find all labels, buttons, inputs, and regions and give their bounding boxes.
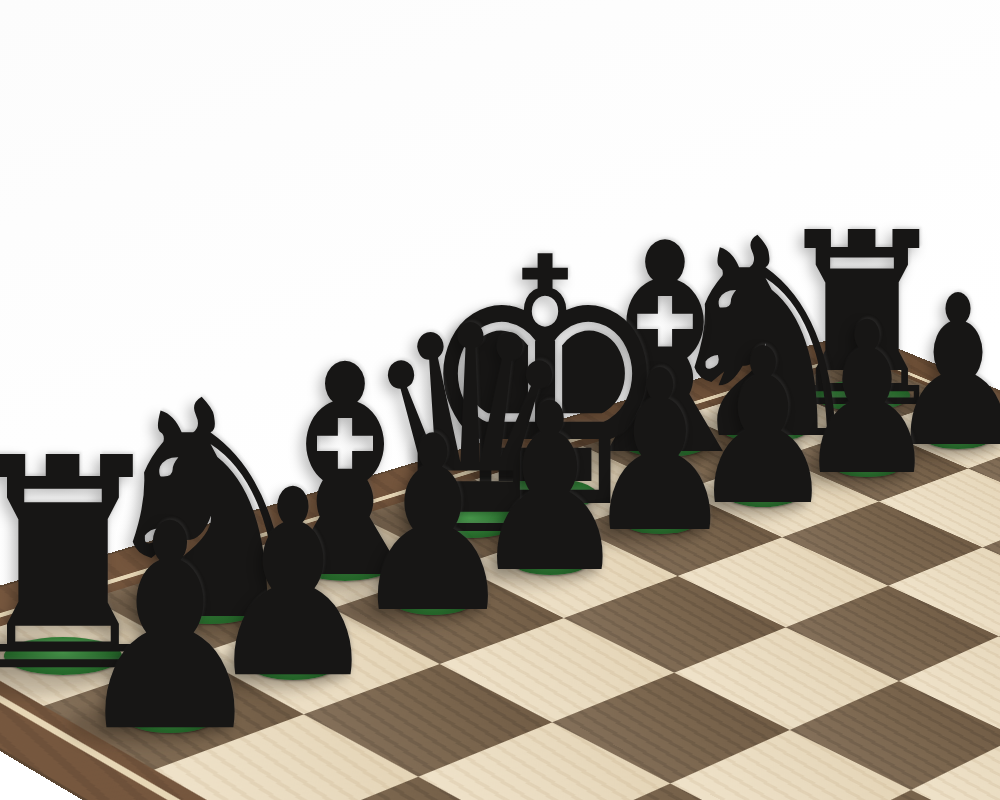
chessboard: [0, 331, 1000, 800]
board-squares-grid: [0, 360, 1000, 800]
photo-stage: ♜♞♟♝♟♟♚♟♛♟♝♟♞♜♟♟: [0, 0, 1000, 800]
